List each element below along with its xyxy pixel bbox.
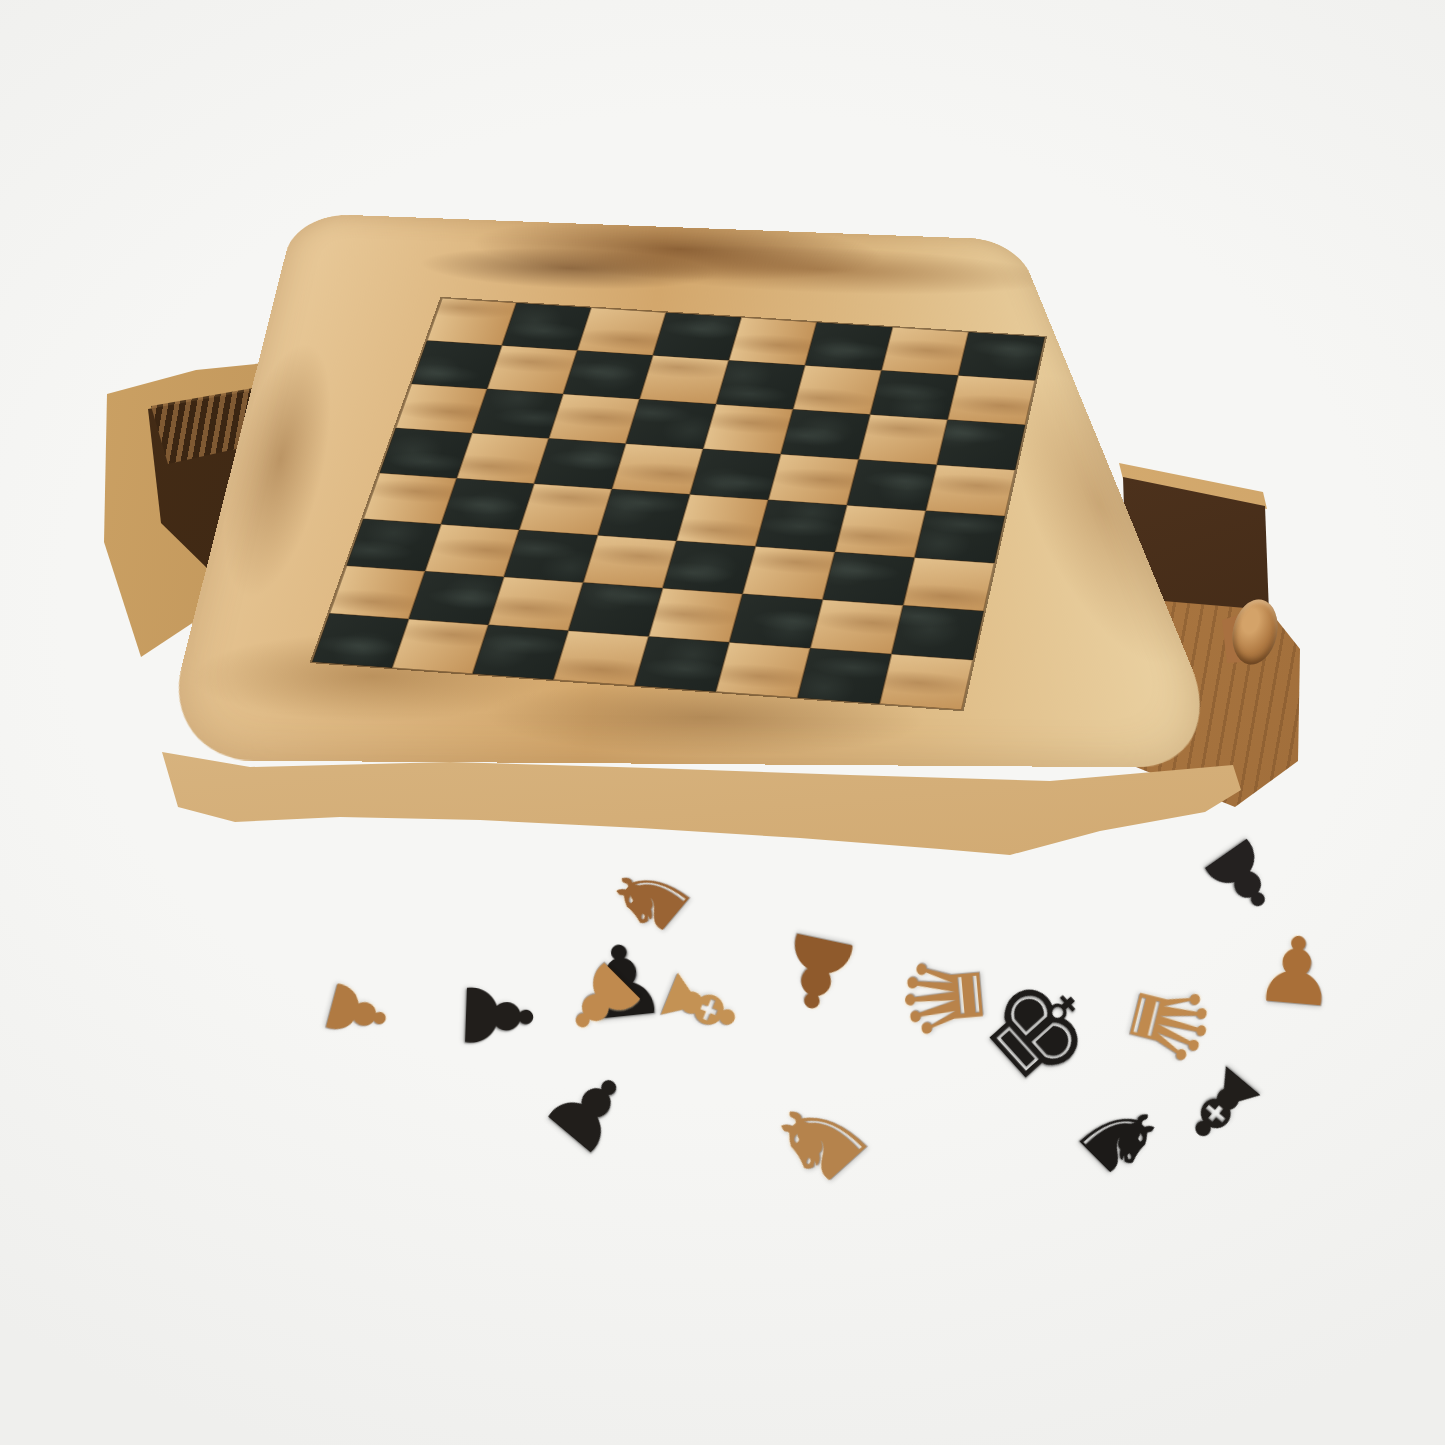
- square-f7: [793, 365, 881, 414]
- square-e3: [663, 541, 756, 594]
- square-h7: [948, 375, 1036, 424]
- square-c6: [549, 394, 640, 444]
- square-c8: [577, 308, 666, 356]
- square-d8: [653, 312, 741, 360]
- square-d2: [568, 583, 662, 637]
- piece-black-knight: ♞: [1058, 1076, 1181, 1199]
- square-b8: [502, 303, 591, 351]
- square-f4: [755, 500, 846, 552]
- square-b5: [457, 433, 549, 483]
- square-c4: [519, 484, 612, 536]
- piece-light-pawn: ♟: [311, 969, 402, 1054]
- square-e5: [690, 449, 781, 500]
- square-d1: [553, 631, 648, 686]
- chessboard: [312, 298, 1045, 710]
- square-g5: [847, 459, 937, 510]
- piece-light-pawn: ♟: [766, 916, 870, 1028]
- square-f3: [743, 546, 835, 599]
- square-d4: [598, 489, 690, 541]
- square-g7: [870, 370, 958, 419]
- square-e4: [676, 494, 768, 546]
- square-g8: [881, 327, 968, 375]
- square-e7: [716, 360, 805, 409]
- square-c5: [534, 438, 626, 489]
- square-b7: [487, 345, 577, 394]
- square-b4: [441, 478, 534, 529]
- square-h8: [958, 332, 1045, 380]
- square-f2: [729, 594, 822, 648]
- square-d7: [639, 355, 728, 404]
- square-c7: [563, 350, 653, 399]
- square-b6: [472, 389, 563, 438]
- square-g1: [797, 648, 891, 704]
- square-h4: [915, 511, 1005, 563]
- square-h5: [926, 465, 1016, 516]
- square-d5: [612, 444, 703, 495]
- square-f8: [805, 322, 893, 370]
- square-g6: [859, 414, 948, 464]
- square-a8: [427, 298, 517, 345]
- square-h6: [937, 420, 1026, 470]
- square-c1: [473, 625, 569, 680]
- square-e2: [649, 588, 743, 642]
- square-b2: [409, 571, 504, 625]
- square-h3: [903, 558, 994, 612]
- square-d3: [583, 535, 676, 588]
- piece-black-pawn: ♟: [528, 1047, 653, 1173]
- piece-light-pawn: ♟: [1251, 923, 1341, 1022]
- square-e6: [703, 404, 793, 454]
- square-g2: [810, 600, 903, 654]
- square-e1: [634, 636, 729, 691]
- piece-black-pawn: ♟: [450, 973, 545, 1059]
- square-b3: [425, 524, 519, 577]
- square-c2: [488, 577, 583, 631]
- square-f5: [768, 454, 858, 505]
- piece-light-knight: ♞: [749, 1069, 891, 1211]
- square-f6: [781, 409, 870, 459]
- square-d6: [626, 399, 716, 449]
- square-h2: [891, 605, 983, 660]
- chess-set-photo: ♟♟♞♟♟♝♟♟♛♚♞♛♟♟♝♞: [0, 0, 1445, 1445]
- square-e8: [729, 317, 817, 365]
- square-f1: [716, 642, 810, 697]
- square-g4: [835, 505, 926, 557]
- square-h1: [880, 654, 973, 710]
- square-g3: [823, 552, 915, 605]
- square-c3: [504, 530, 598, 583]
- piece-light-bishop: ♝: [639, 948, 760, 1064]
